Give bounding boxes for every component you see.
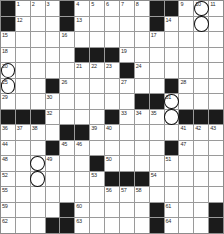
grid-cell[interactable] — [194, 79, 208, 94]
grid-cell[interactable] — [194, 172, 208, 187]
grid-cell[interactable]: 25 — [1, 79, 15, 94]
clue-number: 49 — [47, 156, 53, 162]
black-cell — [46, 79, 60, 94]
clue-number: 52 — [2, 172, 8, 178]
clue-number: 40 — [106, 125, 112, 131]
circle-marker — [30, 156, 45, 172]
grid-cell[interactable] — [16, 94, 30, 109]
grid-cell[interactable] — [31, 32, 45, 47]
grid-cell[interactable] — [105, 32, 119, 47]
grid-cell[interactable] — [31, 141, 45, 156]
grid-cell[interactable] — [179, 48, 193, 63]
black-cell — [120, 172, 134, 187]
grid-cell[interactable] — [194, 156, 208, 171]
grid-cell[interactable]: 53 — [90, 172, 104, 187]
grid-cell[interactable] — [31, 63, 45, 78]
grid-cell[interactable] — [90, 17, 104, 32]
clue-number: 61 — [166, 203, 172, 209]
grid-cell[interactable]: 32 — [46, 110, 60, 125]
grid-cell[interactable]: 37 — [16, 125, 30, 140]
clue-number: 63 — [76, 218, 82, 224]
grid-cell[interactable]: 24 — [135, 63, 149, 78]
grid-cell[interactable] — [46, 187, 60, 202]
grid-cell[interactable]: 41 — [179, 125, 193, 140]
black-cell — [150, 218, 164, 233]
grid-cell[interactable]: 8 — [135, 1, 149, 16]
grid-cell[interactable] — [209, 94, 223, 109]
grid-cell[interactable] — [90, 218, 104, 233]
grid-cell[interactable] — [165, 48, 179, 63]
grid-cell[interactable] — [135, 79, 149, 94]
black-cell — [1, 17, 15, 32]
grid-cell[interactable] — [75, 32, 89, 47]
grid-cell[interactable]: 23 — [105, 63, 119, 78]
grid-cell[interactable]: 13 — [75, 17, 89, 32]
grid-cell[interactable] — [135, 17, 149, 32]
clue-number: 5 — [91, 1, 94, 7]
grid-cell[interactable] — [135, 156, 149, 171]
grid-cell[interactable] — [120, 218, 134, 233]
black-cell — [135, 94, 149, 109]
black-cell — [105, 110, 119, 125]
grid-cell[interactable] — [75, 110, 89, 125]
grid-cell[interactable] — [16, 187, 30, 202]
circle-marker — [164, 109, 179, 125]
grid-cell[interactable]: 7 — [120, 1, 134, 16]
grid-cell[interactable]: 20 — [1, 63, 15, 78]
clue-number: 33 — [121, 110, 127, 116]
grid-cell[interactable] — [105, 79, 119, 94]
clue-number: 7 — [121, 1, 124, 7]
grid-cell[interactable] — [60, 172, 74, 187]
clue-number: 3 — [47, 1, 50, 7]
grid-cell[interactable] — [90, 141, 104, 156]
grid-cell[interactable] — [165, 172, 179, 187]
black-cell — [60, 203, 74, 218]
grid-cell[interactable] — [46, 172, 60, 187]
grid-cell[interactable]: 34 — [135, 110, 149, 125]
clue-number: 46 — [76, 141, 82, 147]
grid-cell[interactable] — [31, 218, 45, 233]
grid-cell[interactable] — [90, 203, 104, 218]
grid-cell[interactable]: 21 — [75, 63, 89, 78]
black-cell — [60, 125, 74, 140]
grid-cell[interactable]: 26 — [60, 79, 74, 94]
black-cell — [150, 17, 164, 32]
grid-cell[interactable]: 11 — [209, 1, 223, 16]
grid-cell[interactable] — [120, 32, 134, 47]
grid-cell[interactable]: 18 — [1, 48, 15, 63]
grid-cell[interactable]: 44 — [1, 141, 15, 156]
black-cell — [209, 110, 223, 125]
grid-cell[interactable] — [165, 32, 179, 47]
clue-number: 36 — [2, 125, 8, 131]
grid-cell[interactable] — [16, 156, 30, 171]
grid-cell[interactable]: 51 — [165, 156, 179, 171]
grid-cell[interactable]: 58 — [135, 187, 149, 202]
grid-cell[interactable] — [179, 17, 193, 32]
black-cell — [90, 48, 104, 63]
grid-cell[interactable]: 39 — [90, 125, 104, 140]
grid-cell[interactable] — [46, 125, 60, 140]
grid-cell[interactable] — [179, 94, 193, 109]
grid-cell[interactable]: 61 — [165, 203, 179, 218]
grid-cell[interactable] — [90, 94, 104, 109]
grid-cell[interactable] — [75, 79, 89, 94]
grid-cell[interactable] — [46, 63, 60, 78]
grid-cell[interactable] — [209, 187, 223, 202]
grid-cell[interactable] — [179, 218, 193, 233]
grid-cell[interactable]: 57 — [120, 187, 134, 202]
grid-cell[interactable] — [179, 187, 193, 202]
clue-number: 17 — [151, 32, 157, 38]
grid-cell[interactable] — [75, 94, 89, 109]
clue-number: 64 — [166, 218, 172, 224]
black-cell — [90, 156, 104, 171]
clue-number: 54 — [151, 172, 157, 178]
grid-cell[interactable] — [31, 48, 45, 63]
grid-cell[interactable] — [90, 110, 104, 125]
grid-cell[interactable] — [16, 48, 30, 63]
black-cell — [60, 17, 74, 32]
grid-cell[interactable] — [120, 141, 134, 156]
black-cell — [105, 48, 119, 63]
black-cell — [150, 94, 164, 109]
black-cell — [150, 203, 164, 218]
grid-cell[interactable] — [179, 172, 193, 187]
clue-number: 4 — [76, 1, 79, 7]
grid-cell[interactable] — [31, 203, 45, 218]
grid-cell[interactable] — [46, 17, 60, 32]
grid-cell[interactable] — [120, 156, 134, 171]
grid-cell[interactable] — [16, 141, 30, 156]
grid-cell[interactable] — [31, 17, 45, 32]
grid-cell[interactable] — [150, 141, 164, 156]
clue-number: 53 — [91, 172, 97, 178]
clue-number: 31 — [166, 94, 172, 100]
black-cell — [46, 141, 60, 156]
clue-number: 11 — [210, 1, 215, 7]
grid-cell[interactable] — [16, 63, 30, 78]
grid-cell[interactable] — [90, 79, 104, 94]
grid-cell[interactable] — [31, 156, 45, 171]
circle-marker — [30, 171, 45, 187]
grid-cell[interactable]: 14 — [165, 17, 179, 32]
grid-cell[interactable]: 59 — [1, 203, 15, 218]
black-cell — [165, 1, 179, 16]
grid-cell[interactable]: 36 — [1, 125, 15, 140]
grid-cell[interactable]: 62 — [1, 218, 15, 233]
grid-cell[interactable] — [194, 94, 208, 109]
black-cell — [60, 1, 74, 16]
grid-cell[interactable] — [135, 141, 149, 156]
grid-cell[interactable] — [209, 79, 223, 94]
clue-number: 38 — [32, 125, 38, 131]
grid-cell[interactable] — [105, 94, 119, 109]
black-cell — [179, 110, 193, 125]
clue-number: 59 — [2, 203, 8, 209]
circle-marker — [194, 16, 209, 32]
grid-cell[interactable] — [209, 17, 223, 32]
grid-cell[interactable]: 19 — [120, 48, 134, 63]
grid-cell[interactable] — [209, 172, 223, 187]
grid-cell[interactable] — [194, 141, 208, 156]
grid-cell[interactable]: 50 — [105, 156, 119, 171]
grid-cell[interactable] — [31, 172, 45, 187]
grid-cell[interactable] — [209, 141, 223, 156]
grid-cell[interactable]: 9 — [179, 1, 193, 16]
grid-cell[interactable]: 47 — [179, 141, 193, 156]
grid-cell[interactable]: 55 — [1, 187, 15, 202]
clue-number: 60 — [76, 203, 82, 209]
grid-cell[interactable] — [194, 218, 208, 233]
grid-cell[interactable]: 22 — [90, 63, 104, 78]
clue-number: 45 — [61, 141, 67, 147]
clue-number: 48 — [2, 156, 8, 162]
grid-cell[interactable] — [135, 125, 149, 140]
clue-number: 22 — [91, 63, 97, 69]
grid-cell[interactable] — [179, 63, 193, 78]
grid-cell[interactable] — [165, 63, 179, 78]
grid-cell[interactable] — [209, 156, 223, 171]
grid-cell[interactable]: 56 — [105, 187, 119, 202]
grid-cell[interactable] — [60, 94, 74, 109]
grid-cell[interactable]: 27 — [120, 79, 134, 94]
grid-cell[interactable]: 33 — [120, 110, 134, 125]
grid-cell[interactable]: 10 — [194, 1, 208, 16]
clue-number: 9 — [180, 1, 183, 7]
black-cell — [120, 63, 134, 78]
grid-cell[interactable] — [75, 156, 89, 171]
grid-cell[interactable] — [194, 187, 208, 202]
grid-cell[interactable] — [150, 125, 164, 140]
clue-number: 42 — [195, 125, 201, 131]
grid-cell[interactable] — [135, 203, 149, 218]
grid-cell[interactable]: 40 — [105, 125, 119, 140]
grid-cell[interactable]: 43 — [209, 125, 223, 140]
clue-number: 41 — [180, 125, 186, 131]
grid-cell[interactable] — [150, 63, 164, 78]
clue-number: 13 — [76, 17, 82, 23]
clue-number: 37 — [17, 125, 23, 131]
grid-cell[interactable] — [135, 48, 149, 63]
clue-number: 14 — [166, 17, 172, 23]
grid-cell[interactable] — [194, 48, 208, 63]
grid-cell[interactable] — [16, 203, 30, 218]
grid-cell[interactable]: 3 — [46, 1, 60, 16]
clue-number: 51 — [166, 156, 172, 162]
clue-number: 62 — [2, 218, 8, 224]
clue-number: 8 — [136, 1, 139, 7]
grid-cell[interactable]: 29 — [1, 94, 15, 109]
grid-cell[interactable] — [31, 94, 45, 109]
clue-number: 56 — [106, 187, 112, 193]
grid-cell[interactable] — [165, 110, 179, 125]
grid-cell[interactable] — [16, 32, 30, 47]
grid-cell[interactable] — [120, 94, 134, 109]
grid-cell[interactable]: 5 — [90, 1, 104, 16]
grid-cell[interactable] — [105, 17, 119, 32]
clue-number: 57 — [121, 187, 127, 193]
black-cell — [150, 1, 164, 16]
grid-cell[interactable]: 60 — [75, 203, 89, 218]
clue-number: 27 — [121, 79, 127, 85]
grid-cell[interactable] — [209, 32, 223, 47]
grid-cell[interactable] — [60, 48, 74, 63]
grid-cell[interactable] — [194, 203, 208, 218]
grid-cell[interactable] — [105, 203, 119, 218]
grid-cell[interactable] — [209, 48, 223, 63]
grid-cell[interactable] — [165, 187, 179, 202]
grid-cell[interactable]: 28 — [179, 79, 193, 94]
black-cell — [75, 125, 89, 140]
black-cell — [16, 110, 30, 125]
crossword-grid: 1234567891011121314151617181920212223242… — [0, 0, 224, 234]
grid-cell[interactable] — [194, 63, 208, 78]
grid-cell[interactable]: 6 — [105, 1, 119, 16]
grid-cell[interactable]: 35 — [150, 110, 164, 125]
grid-cell[interactable]: 49 — [46, 156, 60, 171]
grid-cell[interactable] — [120, 125, 134, 140]
clue-number: 25 — [2, 79, 8, 85]
grid-cell[interactable] — [16, 218, 30, 233]
clue-number: 16 — [61, 32, 67, 38]
clue-number: 29 — [2, 94, 8, 100]
clue-number: 15 — [2, 32, 8, 38]
grid-cell[interactable] — [150, 187, 164, 202]
grid-cell[interactable] — [105, 141, 119, 156]
grid-cell[interactable] — [16, 172, 30, 187]
black-cell — [135, 172, 149, 187]
black-cell — [46, 218, 60, 233]
clue-number: 1 — [17, 1, 20, 7]
grid-cell[interactable] — [60, 187, 74, 202]
grid-cell[interactable]: 48 — [1, 156, 15, 171]
grid-cell[interactable] — [60, 110, 74, 125]
clue-number: 50 — [106, 156, 112, 162]
grid-cell[interactable] — [165, 125, 179, 140]
grid-cell[interactable] — [120, 203, 134, 218]
clue-number: 24 — [136, 63, 142, 69]
clue-number: 12 — [17, 17, 23, 23]
grid-cell[interactable]: 17 — [150, 32, 164, 47]
black-cell — [209, 218, 223, 233]
clue-number: 55 — [2, 187, 8, 193]
black-cell — [1, 1, 15, 16]
grid-cell[interactable]: 15 — [1, 32, 15, 47]
clue-number: 58 — [136, 187, 142, 193]
clue-number: 44 — [2, 141, 8, 147]
grid-cell[interactable]: 4 — [75, 1, 89, 16]
grid-cell[interactable] — [135, 218, 149, 233]
grid-cell[interactable]: 12 — [16, 17, 30, 32]
black-cell — [60, 218, 74, 233]
black-cell — [165, 79, 179, 94]
clue-number: 47 — [180, 141, 186, 147]
clue-number: 19 — [121, 48, 127, 54]
grid-cell[interactable]: 54 — [150, 172, 164, 187]
grid-cell[interactable] — [179, 203, 193, 218]
grid-cell[interactable] — [16, 79, 30, 94]
grid-cell[interactable]: 64 — [165, 218, 179, 233]
clue-number: 18 — [2, 48, 8, 54]
black-cell — [209, 203, 223, 218]
clue-number: 39 — [91, 125, 97, 131]
clue-number: 34 — [136, 110, 142, 116]
grid-cell[interactable]: 46 — [75, 141, 89, 156]
grid-cell[interactable] — [194, 17, 208, 32]
clue-number: 10 — [195, 1, 201, 7]
clue-number: 30 — [47, 94, 53, 100]
clue-number: 21 — [76, 63, 82, 69]
clue-number: 28 — [180, 79, 186, 85]
grid-cell[interactable] — [60, 63, 74, 78]
grid-cell[interactable] — [135, 32, 149, 47]
grid-cell[interactable]: 31 — [165, 94, 179, 109]
grid-cell[interactable]: 63 — [75, 218, 89, 233]
grid-cell[interactable] — [150, 48, 164, 63]
grid-cell[interactable] — [46, 32, 60, 47]
black-cell — [31, 110, 45, 125]
clue-number: 2 — [32, 1, 35, 7]
grid-cell[interactable]: 52 — [1, 172, 15, 187]
grid-cell[interactable]: 42 — [194, 125, 208, 140]
black-cell — [75, 48, 89, 63]
grid-cell[interactable] — [75, 187, 89, 202]
clue-number: 43 — [210, 125, 216, 131]
clue-number: 23 — [106, 63, 112, 69]
clue-number: 6 — [106, 1, 109, 7]
grid-cell[interactable] — [75, 172, 89, 187]
grid-cell[interactable] — [209, 63, 223, 78]
clue-number: 35 — [151, 110, 157, 116]
grid-cell[interactable] — [194, 32, 208, 47]
grid-cell[interactable]: 38 — [31, 125, 45, 140]
grid-cell[interactable] — [46, 48, 60, 63]
grid-cell[interactable]: 30 — [46, 94, 60, 109]
grid-cell[interactable] — [105, 218, 119, 233]
black-cell — [105, 172, 119, 187]
clue-number: 20 — [2, 63, 8, 69]
black-cell — [1, 110, 15, 125]
grid-cell[interactable] — [179, 156, 193, 171]
grid-cell[interactable] — [31, 79, 45, 94]
grid-cell[interactable] — [31, 187, 45, 202]
clue-number: 26 — [61, 79, 67, 85]
grid-cell[interactable]: 45 — [60, 141, 74, 156]
grid-cell[interactable] — [150, 156, 164, 171]
black-cell — [194, 110, 208, 125]
grid-cell[interactable]: 2 — [31, 1, 45, 16]
clue-number: 32 — [47, 110, 53, 116]
grid-cell[interactable] — [179, 32, 193, 47]
grid-cell[interactable] — [46, 203, 60, 218]
grid-cell[interactable]: 16 — [60, 32, 74, 47]
grid-cell[interactable]: 1 — [16, 1, 30, 16]
grid-cell[interactable] — [150, 79, 164, 94]
black-cell — [165, 141, 179, 156]
grid-cell[interactable] — [90, 32, 104, 47]
grid-cell[interactable] — [90, 187, 104, 202]
grid-cell[interactable] — [60, 156, 74, 171]
grid-cell[interactable] — [120, 17, 134, 32]
